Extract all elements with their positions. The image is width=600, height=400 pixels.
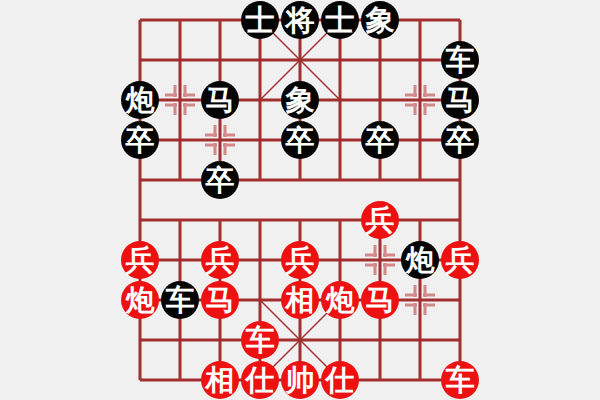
piece-red-soldier[interactable]: 兵 — [201, 241, 239, 279]
piece-black-chariot[interactable]: 车 — [161, 281, 199, 319]
piece-black-elephant[interactable]: 象 — [281, 81, 319, 119]
piece-red-soldier[interactable]: 兵 — [121, 241, 159, 279]
piece-red-elephant[interactable]: 相 — [281, 281, 319, 319]
piece-red-horse[interactable]: 马 — [361, 281, 399, 319]
piece-black-horse[interactable]: 马 — [201, 81, 239, 119]
piece-red-soldier[interactable]: 兵 — [441, 241, 479, 279]
piece-black-elephant[interactable]: 象 — [361, 1, 399, 39]
xiangqi-board[interactable]: 士将士象车炮马象马卒卒卒卒卒兵兵兵兵炮兵炮车马相炮马车相仕帅仕车 — [120, 0, 480, 400]
piece-black-advisor[interactable]: 士 — [241, 1, 279, 39]
piece-red-horse[interactable]: 马 — [201, 281, 239, 319]
piece-black-general[interactable]: 将 — [281, 1, 319, 39]
piece-black-horse[interactable]: 马 — [441, 81, 479, 119]
piece-black-soldier[interactable]: 卒 — [281, 121, 319, 159]
xiangqi-app: 士将士象车炮马象马卒卒卒卒卒兵兵兵兵炮兵炮车马相炮马车相仕帅仕车 — [0, 0, 600, 400]
piece-black-soldier[interactable]: 卒 — [121, 121, 159, 159]
piece-red-advisor[interactable]: 仕 — [241, 361, 279, 399]
piece-red-general[interactable]: 帅 — [281, 361, 319, 399]
piece-red-chariot[interactable]: 车 — [241, 321, 279, 359]
piece-red-soldier[interactable]: 兵 — [361, 201, 399, 239]
piece-red-elephant[interactable]: 相 — [201, 361, 239, 399]
piece-black-soldier[interactable]: 卒 — [441, 121, 479, 159]
piece-red-chariot[interactable]: 车 — [441, 361, 479, 399]
piece-black-advisor[interactable]: 士 — [321, 1, 359, 39]
piece-black-chariot[interactable]: 车 — [441, 41, 479, 79]
piece-red-advisor[interactable]: 仕 — [321, 361, 359, 399]
piece-red-soldier[interactable]: 兵 — [281, 241, 319, 279]
piece-black-cannon[interactable]: 炮 — [401, 241, 439, 279]
piece-black-cannon[interactable]: 炮 — [121, 81, 159, 119]
piece-red-cannon[interactable]: 炮 — [121, 281, 159, 319]
piece-black-soldier[interactable]: 卒 — [201, 161, 239, 199]
piece-black-soldier[interactable]: 卒 — [361, 121, 399, 159]
piece-red-cannon[interactable]: 炮 — [321, 281, 359, 319]
